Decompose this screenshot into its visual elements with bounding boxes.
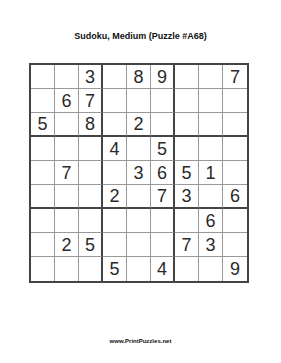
sudoku-cell-r7c4 <box>103 209 127 233</box>
sudoku-cell-r5c3 <box>79 161 103 185</box>
sudoku-cell-r7c8: 6 <box>199 209 223 233</box>
sudoku-cell-r3c8 <box>199 113 223 137</box>
sudoku-cell-r4c1 <box>31 137 55 161</box>
sudoku-cell-r5c5: 3 <box>127 161 151 185</box>
sudoku-cell-r8c2: 2 <box>55 233 79 257</box>
sudoku-cell-r5c4 <box>103 161 127 185</box>
sudoku-cell-r1c1 <box>31 65 55 89</box>
sudoku-cell-r7c3 <box>79 209 103 233</box>
sudoku-cell-r3c9 <box>223 113 247 137</box>
page-title: Sudoku, Medium (Puzzle #A68) <box>0 31 281 42</box>
sudoku-cell-r3c5: 2 <box>127 113 151 137</box>
sudoku-cell-r4c7 <box>175 137 199 161</box>
sudoku-cell-r6c3 <box>79 185 103 209</box>
sudoku-cell-r2c1 <box>31 89 55 113</box>
sudoku-cell-r9c6: 4 <box>151 257 175 281</box>
sudoku-cell-r6c7: 3 <box>175 185 199 209</box>
sudoku-cell-r1c6: 9 <box>151 65 175 89</box>
sudoku-cell-r6c1 <box>31 185 55 209</box>
sudoku-cell-r4c4: 4 <box>103 137 127 161</box>
sudoku-cell-r2c7 <box>175 89 199 113</box>
sudoku-board: 3897675824573651273662573549 <box>29 63 249 283</box>
footer-url: www.PrintPuzzles.net <box>0 337 281 345</box>
sudoku-cell-r1c5: 8 <box>127 65 151 89</box>
sudoku-cell-r9c4: 5 <box>103 257 127 281</box>
sudoku-cell-r1c3: 3 <box>79 65 103 89</box>
sudoku-cell-r7c5 <box>127 209 151 233</box>
sudoku-cell-r8c1 <box>31 233 55 257</box>
sudoku-cell-r2c6 <box>151 89 175 113</box>
sudoku-cell-r7c9 <box>223 209 247 233</box>
sudoku-cell-r5c7: 5 <box>175 161 199 185</box>
sudoku-cell-r8c5 <box>127 233 151 257</box>
sudoku-cell-r3c2 <box>55 113 79 137</box>
sudoku-cell-r1c2 <box>55 65 79 89</box>
sudoku-cell-r4c2 <box>55 137 79 161</box>
sudoku-cell-r2c2: 6 <box>55 89 79 113</box>
sudoku-cell-r7c6 <box>151 209 175 233</box>
sudoku-cell-r4c8 <box>199 137 223 161</box>
sudoku-cell-r5c1 <box>31 161 55 185</box>
sudoku-cell-r7c1 <box>31 209 55 233</box>
sudoku-cell-r2c9 <box>223 89 247 113</box>
sudoku-cell-r6c4: 2 <box>103 185 127 209</box>
sudoku-cell-r2c5 <box>127 89 151 113</box>
sudoku-cell-r3c3: 8 <box>79 113 103 137</box>
sudoku-cell-r7c7 <box>175 209 199 233</box>
sudoku-cell-r8c9 <box>223 233 247 257</box>
sudoku-cell-r4c3 <box>79 137 103 161</box>
sudoku-cell-r6c2 <box>55 185 79 209</box>
sudoku-cell-r2c3: 7 <box>79 89 103 113</box>
sudoku-cell-r1c9: 7 <box>223 65 247 89</box>
sudoku-cell-r7c2 <box>55 209 79 233</box>
sudoku-cell-r3c1: 5 <box>31 113 55 137</box>
sudoku-cell-r9c3 <box>79 257 103 281</box>
puzzle-page: Sudoku, Medium (Puzzle #A68) 38976758245… <box>0 0 281 363</box>
sudoku-cell-r3c7 <box>175 113 199 137</box>
sudoku-cell-r9c5 <box>127 257 151 281</box>
sudoku-cell-r8c6 <box>151 233 175 257</box>
sudoku-cell-r8c4 <box>103 233 127 257</box>
sudoku-cell-r8c3: 5 <box>79 233 103 257</box>
sudoku-cell-r9c9: 9 <box>223 257 247 281</box>
sudoku-cell-r9c2 <box>55 257 79 281</box>
sudoku-cell-r8c7: 7 <box>175 233 199 257</box>
sudoku-cell-r1c8 <box>199 65 223 89</box>
sudoku-cell-r2c8 <box>199 89 223 113</box>
sudoku-cell-r6c6: 7 <box>151 185 175 209</box>
sudoku-cell-r6c9: 6 <box>223 185 247 209</box>
sudoku-cell-r3c4 <box>103 113 127 137</box>
sudoku-cell-r3c6 <box>151 113 175 137</box>
sudoku-cell-r4c9 <box>223 137 247 161</box>
sudoku-cell-r1c4 <box>103 65 127 89</box>
sudoku-cell-r6c8 <box>199 185 223 209</box>
sudoku-cell-r9c1 <box>31 257 55 281</box>
sudoku-cell-r5c6: 6 <box>151 161 175 185</box>
sudoku-cell-r2c4 <box>103 89 127 113</box>
sudoku-cell-r9c7 <box>175 257 199 281</box>
sudoku-cell-r4c6: 5 <box>151 137 175 161</box>
sudoku-cell-r1c7 <box>175 65 199 89</box>
sudoku-cell-r5c2: 7 <box>55 161 79 185</box>
sudoku-cell-r6c5 <box>127 185 151 209</box>
sudoku-cell-r8c8: 3 <box>199 233 223 257</box>
sudoku-cell-r5c8: 1 <box>199 161 223 185</box>
sudoku-cell-r4c5 <box>127 137 151 161</box>
sudoku-cell-r9c8 <box>199 257 223 281</box>
sudoku-cell-r5c9 <box>223 161 247 185</box>
